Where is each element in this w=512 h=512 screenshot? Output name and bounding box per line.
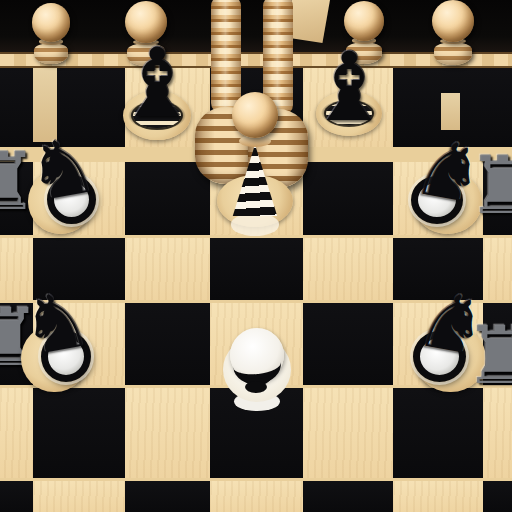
square-c4[interactable] — [125, 303, 210, 385]
glass-rook-glyph: ♜ — [467, 146, 512, 226]
chessboard-scene: ♝♝♜♞♞♜♜♞♞♜ — [0, 0, 512, 512]
black-bishop-c7[interactable]: ♝ — [120, 40, 194, 138]
pc-base-icon — [34, 43, 69, 65]
square-a2[interactable] — [0, 481, 33, 512]
white-pawn-b8[interactable] — [28, 3, 74, 65]
ps-glow-icon — [231, 213, 279, 235]
black-bishop-glyph: ♝ — [114, 36, 199, 131]
square-c2[interactable] — [125, 481, 210, 512]
white-pawn-g8[interactable] — [428, 0, 478, 66]
pawn-ball-icon — [232, 92, 278, 138]
square-b2[interactable] — [33, 481, 125, 512]
square-d2[interactable] — [210, 481, 303, 512]
pc-base-icon — [434, 42, 472, 65]
pawn-ball-icon — [432, 0, 474, 42]
square-a3[interactable] — [0, 388, 33, 478]
square-g2[interactable] — [483, 481, 512, 512]
black-knight-b6[interactable]: ♞ — [15, 136, 109, 234]
white-pawn-d6[interactable] — [212, 92, 298, 230]
glass-rook-glyph: ♜ — [464, 316, 512, 396]
square-e4[interactable] — [303, 303, 393, 385]
square-b3[interactable] — [33, 388, 125, 478]
glass-rook-g4[interactable]: ♜ — [474, 316, 512, 400]
pawn-ball-icon — [32, 3, 71, 42]
black-knight-b4[interactable]: ♞ — [8, 290, 104, 392]
square-c5[interactable] — [125, 238, 210, 300]
glass-rook-g6[interactable]: ♜ — [476, 146, 512, 234]
black-bishop-e7[interactable]: ♝ — [313, 44, 385, 134]
black-bishop-glyph: ♝ — [306, 40, 391, 135]
square-e5[interactable] — [303, 238, 393, 300]
square-d5[interactable] — [210, 238, 303, 300]
black-knight-glyph: ♞ — [15, 278, 97, 367]
square-e6[interactable] — [303, 162, 393, 235]
square-e3[interactable] — [303, 388, 393, 478]
black-knight-glyph: ♞ — [21, 125, 103, 214]
square-f2[interactable] — [393, 481, 483, 512]
square-e2[interactable] — [303, 481, 393, 512]
white-pawn-d4[interactable] — [223, 328, 291, 402]
square-c3[interactable] — [125, 388, 210, 478]
